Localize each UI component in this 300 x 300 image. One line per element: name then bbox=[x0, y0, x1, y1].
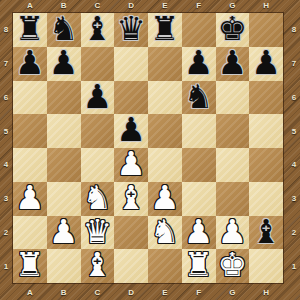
piece-white-pawn: ♟ bbox=[15, 181, 45, 215]
square-c5[interactable] bbox=[81, 114, 115, 148]
file-label-b: B bbox=[47, 0, 81, 12]
file-label-c: C bbox=[81, 0, 115, 12]
square-c2[interactable]: ♛ bbox=[81, 216, 115, 250]
square-c4[interactable] bbox=[81, 148, 115, 182]
square-f5[interactable] bbox=[182, 114, 216, 148]
square-b5[interactable] bbox=[47, 114, 81, 148]
square-g8[interactable]: ♚ bbox=[216, 13, 250, 47]
square-h7[interactable]: ♟ bbox=[249, 47, 283, 81]
square-b2[interactable]: ♟ bbox=[47, 216, 81, 250]
square-a4[interactable] bbox=[13, 148, 47, 182]
rank-label-7: 7 bbox=[0, 47, 12, 81]
square-e1[interactable] bbox=[148, 249, 182, 283]
square-h1[interactable] bbox=[249, 249, 283, 283]
board: ♜♞♝♛♜♚♟♟♟♟♟♟♞♟♟♟♞♝♟♟♛♞♟♟♝♜♝♜♚ bbox=[13, 13, 283, 283]
square-h6[interactable] bbox=[249, 81, 283, 115]
rank-label-5: 5 bbox=[288, 114, 300, 148]
piece-white-pawn: ♟ bbox=[150, 181, 180, 215]
rank-label-2: 2 bbox=[288, 216, 300, 250]
square-a5[interactable] bbox=[13, 114, 47, 148]
file-label-g: G bbox=[216, 287, 250, 299]
square-b4[interactable] bbox=[47, 148, 81, 182]
square-b3[interactable] bbox=[47, 182, 81, 216]
file-label-e: E bbox=[148, 287, 182, 299]
piece-black-bishop: ♝ bbox=[251, 215, 281, 249]
file-label-b: B bbox=[47, 287, 81, 299]
piece-white-queen: ♛ bbox=[83, 215, 113, 249]
square-g1[interactable]: ♚ bbox=[216, 249, 250, 283]
file-label-a: A bbox=[13, 287, 47, 299]
square-f2[interactable]: ♟ bbox=[182, 216, 216, 250]
file-labels-top: ABCDEFGH bbox=[13, 0, 283, 12]
piece-black-pawn: ♟ bbox=[15, 46, 45, 80]
file-label-h: H bbox=[249, 287, 283, 299]
piece-white-knight: ♞ bbox=[83, 181, 113, 215]
square-d1[interactable] bbox=[114, 249, 148, 283]
square-e5[interactable] bbox=[148, 114, 182, 148]
square-g2[interactable]: ♟ bbox=[216, 216, 250, 250]
square-d7[interactable] bbox=[114, 47, 148, 81]
piece-white-rook: ♜ bbox=[15, 248, 45, 282]
square-h5[interactable] bbox=[249, 114, 283, 148]
piece-white-bishop: ♝ bbox=[116, 181, 146, 215]
chessboard-frame: ABCDEFGH 87654321 ♜♞♝♛♜♚♟♟♟♟♟♟♞♟♟♟♞♝♟♟♛♞… bbox=[0, 0, 300, 300]
file-label-f: F bbox=[182, 0, 216, 12]
file-label-a: A bbox=[13, 0, 47, 12]
square-e4[interactable] bbox=[148, 148, 182, 182]
rank-label-1: 1 bbox=[288, 249, 300, 283]
square-d6[interactable] bbox=[114, 81, 148, 115]
rank-label-1: 1 bbox=[0, 249, 12, 283]
rank-label-2: 2 bbox=[0, 216, 12, 250]
square-a2[interactable] bbox=[13, 216, 47, 250]
piece-white-pawn: ♟ bbox=[184, 215, 214, 249]
file-label-g: G bbox=[216, 0, 250, 12]
square-f7[interactable]: ♟ bbox=[182, 47, 216, 81]
square-h4[interactable] bbox=[249, 148, 283, 182]
file-label-d: D bbox=[114, 287, 148, 299]
square-f8[interactable] bbox=[182, 13, 216, 47]
piece-black-pawn: ♟ bbox=[218, 46, 248, 80]
rank-labels-right: 87654321 bbox=[288, 13, 300, 283]
square-b6[interactable] bbox=[47, 81, 81, 115]
piece-white-bishop: ♝ bbox=[83, 248, 113, 282]
square-d5[interactable]: ♟ bbox=[114, 114, 148, 148]
square-c1[interactable]: ♝ bbox=[81, 249, 115, 283]
piece-black-pawn: ♟ bbox=[251, 46, 281, 80]
piece-black-pawn: ♟ bbox=[83, 80, 113, 114]
rank-label-3: 3 bbox=[0, 182, 12, 216]
piece-white-pawn: ♟ bbox=[116, 147, 146, 181]
square-a8[interactable]: ♜ bbox=[13, 13, 47, 47]
square-g4[interactable] bbox=[216, 148, 250, 182]
rank-label-4: 4 bbox=[0, 148, 12, 182]
rank-label-3: 3 bbox=[288, 182, 300, 216]
rank-label-7: 7 bbox=[288, 47, 300, 81]
rank-label-5: 5 bbox=[0, 114, 12, 148]
square-e7[interactable] bbox=[148, 47, 182, 81]
square-c6[interactable]: ♟ bbox=[81, 81, 115, 115]
piece-white-king: ♚ bbox=[218, 248, 248, 282]
piece-white-pawn: ♟ bbox=[49, 215, 79, 249]
piece-black-knight: ♞ bbox=[49, 12, 79, 46]
rank-label-8: 8 bbox=[288, 13, 300, 47]
rank-label-6: 6 bbox=[288, 81, 300, 115]
rank-label-4: 4 bbox=[288, 148, 300, 182]
square-e3[interactable]: ♟ bbox=[148, 182, 182, 216]
piece-black-rook: ♜ bbox=[150, 12, 180, 46]
square-a3[interactable]: ♟ bbox=[13, 182, 47, 216]
rank-label-8: 8 bbox=[0, 13, 12, 47]
square-g6[interactable] bbox=[216, 81, 250, 115]
piece-black-pawn: ♟ bbox=[116, 113, 146, 147]
square-a7[interactable]: ♟ bbox=[13, 47, 47, 81]
rank-labels-left: 87654321 bbox=[0, 13, 12, 283]
piece-white-rook: ♜ bbox=[184, 248, 214, 282]
piece-black-pawn: ♟ bbox=[184, 46, 214, 80]
square-g3[interactable] bbox=[216, 182, 250, 216]
file-label-d: D bbox=[114, 0, 148, 12]
square-c3[interactable]: ♞ bbox=[81, 182, 115, 216]
piece-black-queen: ♛ bbox=[116, 12, 146, 46]
piece-black-rook: ♜ bbox=[15, 12, 45, 46]
square-g5[interactable] bbox=[216, 114, 250, 148]
square-b7[interactable]: ♟ bbox=[47, 47, 81, 81]
square-d4[interactable]: ♟ bbox=[114, 148, 148, 182]
square-h3[interactable] bbox=[249, 182, 283, 216]
square-b1[interactable] bbox=[47, 249, 81, 283]
square-a1[interactable]: ♜ bbox=[13, 249, 47, 283]
piece-black-bishop: ♝ bbox=[83, 12, 113, 46]
square-f4[interactable] bbox=[182, 148, 216, 182]
file-labels-bottom: ABCDEFGH bbox=[13, 287, 283, 299]
square-h8[interactable] bbox=[249, 13, 283, 47]
file-label-e: E bbox=[148, 0, 182, 12]
square-c7[interactable] bbox=[81, 47, 115, 81]
file-label-f: F bbox=[182, 287, 216, 299]
square-e8[interactable]: ♜ bbox=[148, 13, 182, 47]
square-a6[interactable] bbox=[13, 81, 47, 115]
piece-black-knight: ♞ bbox=[184, 80, 214, 114]
rank-label-6: 6 bbox=[0, 81, 12, 115]
square-h2[interactable]: ♝ bbox=[249, 216, 283, 250]
square-f6[interactable]: ♞ bbox=[182, 81, 216, 115]
piece-black-pawn: ♟ bbox=[49, 46, 79, 80]
file-label-h: H bbox=[249, 0, 283, 12]
square-b8[interactable]: ♞ bbox=[47, 13, 81, 47]
square-c8[interactable]: ♝ bbox=[81, 13, 115, 47]
piece-black-king: ♚ bbox=[218, 12, 248, 46]
square-f3[interactable] bbox=[182, 182, 216, 216]
square-f1[interactable]: ♜ bbox=[182, 249, 216, 283]
square-g7[interactable]: ♟ bbox=[216, 47, 250, 81]
square-d3[interactable]: ♝ bbox=[114, 182, 148, 216]
square-d2[interactable] bbox=[114, 216, 148, 250]
square-d8[interactable]: ♛ bbox=[114, 13, 148, 47]
square-e6[interactable] bbox=[148, 81, 182, 115]
square-e2[interactable]: ♞ bbox=[148, 216, 182, 250]
file-label-c: C bbox=[81, 287, 115, 299]
piece-white-knight: ♞ bbox=[150, 215, 180, 249]
piece-white-pawn: ♟ bbox=[218, 215, 248, 249]
